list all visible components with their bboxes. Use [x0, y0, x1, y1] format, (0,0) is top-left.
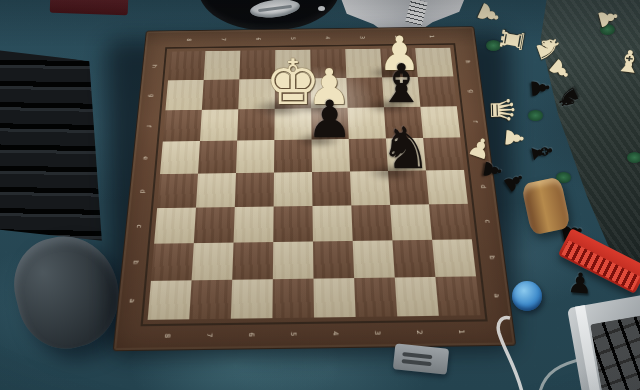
- captured-white-piece: ♟: [501, 126, 527, 150]
- captured-white-piece: ♜: [496, 24, 530, 56]
- captured-white-piece: ♛: [486, 95, 519, 125]
- gray-dongle: [393, 343, 449, 375]
- felt-base: [528, 110, 543, 121]
- blue-bottle-cap: [512, 281, 542, 311]
- captured-black-piece: ♟: [527, 76, 553, 100]
- felt-base: [627, 152, 640, 163]
- black-knight-e2[interactable]: ♞: [380, 121, 431, 178]
- captured-white-piece: ♝: [614, 45, 640, 78]
- captured-black-piece: ♟: [566, 269, 593, 299]
- scene: 87654321 87654321 hgfedcba hgfedcba ♚♟♟♟…: [0, 0, 640, 390]
- black-bishop-g2[interactable]: ♝: [378, 58, 426, 111]
- captured-black-piece: ♝: [526, 137, 557, 166]
- captured-black-piece: ♞: [551, 82, 584, 114]
- black-pawn-f4[interactable]: ♟: [306, 94, 352, 145]
- captured-white-piece: ♟: [594, 5, 623, 32]
